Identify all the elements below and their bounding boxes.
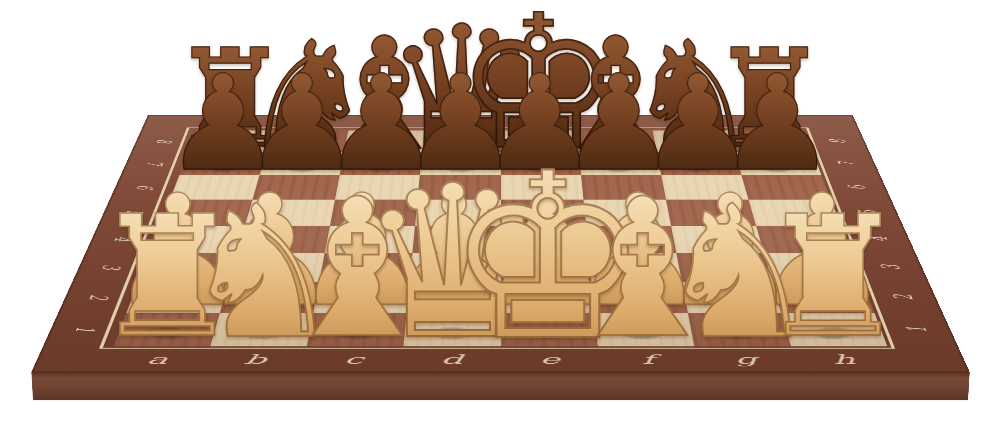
chessboard-photo: abcdefgh 87654321 87654321 ♜♞♝♛♚♝♞♜♟♟♟♟♟…	[0, 0, 1000, 426]
piece-white-rook-h1[interactable]: ♜	[758, 194, 908, 362]
